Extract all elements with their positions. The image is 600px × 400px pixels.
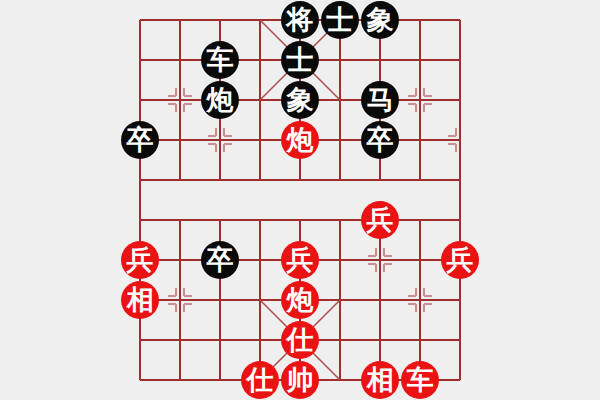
piece-red-chariot[interactable]: 车	[401, 361, 439, 399]
piece-red-elephant[interactable]: 相	[121, 281, 159, 319]
piece-red-advisor[interactable]: 仕	[241, 361, 279, 399]
piece-red-advisor[interactable]: 仕	[281, 321, 319, 359]
piece-black-elephant[interactable]: 象	[361, 1, 399, 39]
piece-black-advisor[interactable]: 士	[281, 41, 319, 79]
piece-black-soldier[interactable]: 卒	[121, 121, 159, 159]
piece-red-soldier[interactable]: 兵	[361, 201, 399, 239]
piece-red-elephant[interactable]: 相	[361, 361, 399, 399]
piece-black-chariot[interactable]: 车	[201, 41, 239, 79]
piece-red-soldier[interactable]: 兵	[121, 241, 159, 279]
piece-red-cannon[interactable]: 炮	[281, 281, 319, 319]
piece-black-horse[interactable]: 马	[361, 81, 399, 119]
piece-red-soldier[interactable]: 兵	[441, 241, 479, 279]
piece-red-soldier[interactable]: 兵	[281, 241, 319, 279]
piece-black-general[interactable]: 将	[281, 1, 319, 39]
piece-red-cannon[interactable]: 炮	[281, 121, 319, 159]
piece-black-elephant[interactable]: 象	[281, 81, 319, 119]
piece-black-cannon[interactable]: 炮	[201, 81, 239, 119]
xiangqi-board: 将士象车士炮象马卒炮卒兵兵卒兵兵相炮仕仕帅相车	[0, 0, 600, 400]
piece-red-general[interactable]: 帅	[281, 361, 319, 399]
piece-black-advisor[interactable]: 士	[321, 1, 359, 39]
piece-black-soldier[interactable]: 卒	[201, 241, 239, 279]
piece-black-soldier[interactable]: 卒	[361, 121, 399, 159]
pieces-layer: 将士象车士炮象马卒炮卒兵兵卒兵兵相炮仕仕帅相车	[120, 0, 480, 400]
